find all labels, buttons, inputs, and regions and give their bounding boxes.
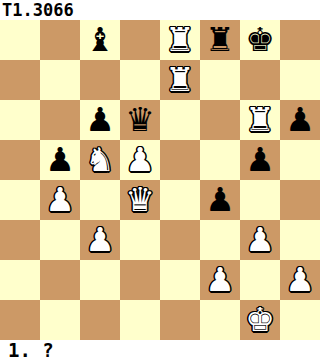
square-b8[interactable] [40, 20, 80, 60]
square-e8[interactable]: ♜ [160, 20, 200, 60]
square-c2[interactable] [80, 260, 120, 300]
square-g7[interactable] [240, 60, 280, 100]
white-pawn-piece[interactable]: ♟ [205, 260, 235, 300]
square-g2[interactable] [240, 260, 280, 300]
chess-app-window: T1.3066 ♝♜♜♚♜♟♛♜♟♟♞♟♟♟♛♟♟♟♟♟♚ 1. ? [0, 0, 320, 360]
square-e1[interactable] [160, 300, 200, 340]
square-f5[interactable] [200, 140, 240, 180]
black-pawn-piece[interactable]: ♟ [85, 100, 115, 140]
square-a1[interactable] [0, 300, 40, 340]
square-d3[interactable] [120, 220, 160, 260]
square-a5[interactable] [0, 140, 40, 180]
square-e7[interactable]: ♜ [160, 60, 200, 100]
square-d6[interactable]: ♛ [120, 100, 160, 140]
square-b6[interactable] [40, 100, 80, 140]
square-c8[interactable]: ♝ [80, 20, 120, 60]
square-b1[interactable] [40, 300, 80, 340]
black-pawn-piece[interactable]: ♟ [205, 180, 235, 220]
square-d8[interactable] [120, 20, 160, 60]
square-h1[interactable] [280, 300, 320, 340]
square-a4[interactable] [0, 180, 40, 220]
black-pawn-piece[interactable]: ♟ [245, 140, 275, 180]
square-f3[interactable] [200, 220, 240, 260]
black-bishop-piece[interactable]: ♝ [85, 20, 115, 60]
square-d5[interactable]: ♟ [120, 140, 160, 180]
square-g4[interactable] [240, 180, 280, 220]
square-d7[interactable] [120, 60, 160, 100]
square-h6[interactable]: ♟ [280, 100, 320, 140]
square-h7[interactable] [280, 60, 320, 100]
square-d4[interactable]: ♛ [120, 180, 160, 220]
square-d1[interactable] [120, 300, 160, 340]
square-b3[interactable] [40, 220, 80, 260]
square-g1[interactable]: ♚ [240, 300, 280, 340]
square-f2[interactable]: ♟ [200, 260, 240, 300]
square-e6[interactable] [160, 100, 200, 140]
black-pawn-piece[interactable]: ♟ [285, 100, 315, 140]
square-h5[interactable] [280, 140, 320, 180]
black-king-piece[interactable]: ♚ [245, 20, 275, 60]
square-f4[interactable]: ♟ [200, 180, 240, 220]
square-a3[interactable] [0, 220, 40, 260]
square-a2[interactable] [0, 260, 40, 300]
square-b7[interactable] [40, 60, 80, 100]
square-c3[interactable]: ♟ [80, 220, 120, 260]
square-f1[interactable] [200, 300, 240, 340]
square-g6[interactable]: ♜ [240, 100, 280, 140]
square-a8[interactable] [0, 20, 40, 60]
white-queen-piece[interactable]: ♛ [125, 180, 155, 220]
square-c6[interactable]: ♟ [80, 100, 120, 140]
square-h8[interactable] [280, 20, 320, 60]
square-e4[interactable] [160, 180, 200, 220]
white-pawn-piece[interactable]: ♟ [245, 220, 275, 260]
square-h2[interactable]: ♟ [280, 260, 320, 300]
white-knight-piece[interactable]: ♞ [85, 140, 115, 180]
white-rook-piece[interactable]: ♜ [165, 20, 195, 60]
square-h3[interactable] [280, 220, 320, 260]
square-b2[interactable] [40, 260, 80, 300]
square-f8[interactable]: ♜ [200, 20, 240, 60]
white-king-piece[interactable]: ♚ [245, 300, 275, 340]
square-c7[interactable] [80, 60, 120, 100]
square-g5[interactable]: ♟ [240, 140, 280, 180]
square-e2[interactable] [160, 260, 200, 300]
white-pawn-piece[interactable]: ♟ [125, 140, 155, 180]
square-d2[interactable] [120, 260, 160, 300]
square-g8[interactable]: ♚ [240, 20, 280, 60]
square-c4[interactable] [80, 180, 120, 220]
square-a6[interactable] [0, 100, 40, 140]
square-h4[interactable] [280, 180, 320, 220]
square-g3[interactable]: ♟ [240, 220, 280, 260]
white-rook-piece[interactable]: ♜ [165, 60, 195, 100]
white-rook-piece[interactable]: ♜ [245, 100, 275, 140]
square-f7[interactable] [200, 60, 240, 100]
puzzle-id-label: T1.3066 [0, 0, 320, 20]
black-rook-piece[interactable]: ♜ [205, 20, 235, 60]
move-prompt: 1. ? [0, 340, 320, 360]
white-pawn-piece[interactable]: ♟ [85, 220, 115, 260]
black-pawn-piece[interactable]: ♟ [45, 140, 75, 180]
square-c1[interactable] [80, 300, 120, 340]
white-pawn-piece[interactable]: ♟ [285, 260, 315, 300]
square-a7[interactable] [0, 60, 40, 100]
square-b4[interactable]: ♟ [40, 180, 80, 220]
white-pawn-piece[interactable]: ♟ [45, 180, 75, 220]
square-e5[interactable] [160, 140, 200, 180]
square-f6[interactable] [200, 100, 240, 140]
square-b5[interactable]: ♟ [40, 140, 80, 180]
square-c5[interactable]: ♞ [80, 140, 120, 180]
square-e3[interactable] [160, 220, 200, 260]
black-queen-piece[interactable]: ♛ [125, 100, 155, 140]
chess-board: ♝♜♜♚♜♟♛♜♟♟♞♟♟♟♛♟♟♟♟♟♚ [0, 20, 320, 340]
